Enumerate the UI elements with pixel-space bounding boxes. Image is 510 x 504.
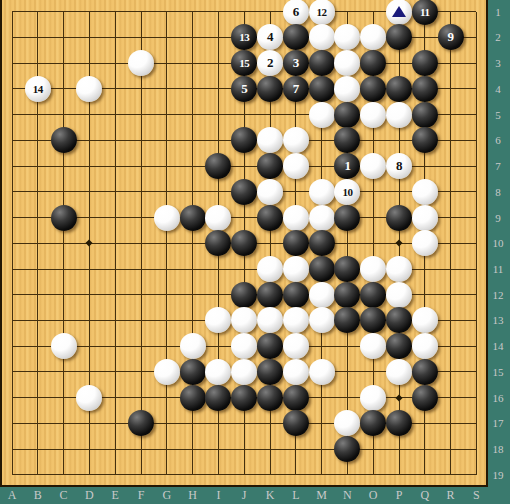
black-stone-L10 — [283, 230, 309, 256]
white-stone-Q9 — [412, 205, 438, 231]
row-label-2: 2 — [487, 30, 509, 44]
black-stone-Q4 — [412, 76, 438, 102]
row-label-9: 9 — [487, 211, 509, 225]
white-stone-L13 — [283, 307, 309, 333]
black-stone-M4 — [309, 76, 335, 102]
white-stone-L11 — [283, 256, 309, 282]
black-stone-Q1: 11 — [412, 0, 438, 25]
white-stone-I13 — [205, 307, 231, 333]
row-label-19: 19 — [487, 468, 509, 482]
white-stone-P11 — [386, 256, 412, 282]
grid-hline — [12, 449, 476, 450]
black-stone-N5 — [334, 102, 360, 128]
move-number-9: 9 — [438, 24, 464, 50]
column-label-L: L — [285, 488, 307, 503]
white-stone-K8 — [257, 179, 283, 205]
column-label-G: G — [156, 488, 178, 503]
black-stone-M3 — [309, 50, 335, 76]
white-stone-N3 — [334, 50, 360, 76]
column-label-D: D — [78, 488, 100, 503]
black-stone-L3: 3 — [283, 50, 309, 76]
black-stone-Q5 — [412, 102, 438, 128]
white-stone-L14 — [283, 333, 309, 359]
black-stone-K12 — [257, 282, 283, 308]
black-stone-J10 — [231, 230, 257, 256]
white-stone-J14 — [231, 333, 257, 359]
black-stone-N7: 1 — [334, 153, 360, 179]
black-stone-L17 — [283, 410, 309, 436]
black-stone-Q3 — [412, 50, 438, 76]
white-stone-O11 — [360, 256, 386, 282]
white-stone-I15 — [205, 359, 231, 385]
star-point-P16 — [395, 394, 402, 401]
black-stone-I7 — [205, 153, 231, 179]
black-stone-Q16 — [412, 385, 438, 411]
white-stone-I9 — [205, 205, 231, 231]
triangle-marker — [392, 6, 406, 17]
move-number-12: 12 — [309, 0, 335, 25]
move-number-4: 4 — [257, 24, 283, 50]
column-label-O: O — [362, 488, 384, 503]
black-stone-N6 — [334, 127, 360, 153]
black-stone-J2: 13 — [231, 24, 257, 50]
black-stone-J12 — [231, 282, 257, 308]
white-stone-G15 — [154, 359, 180, 385]
column-label-C: C — [53, 488, 75, 503]
black-stone-N9 — [334, 205, 360, 231]
white-stone-K11 — [257, 256, 283, 282]
column-label-K: K — [259, 488, 281, 503]
black-stone-R2: 9 — [438, 24, 464, 50]
white-stone-J13 — [231, 307, 257, 333]
row-label-8: 8 — [487, 185, 509, 199]
black-stone-I10 — [205, 230, 231, 256]
move-number-10: 10 — [334, 179, 360, 205]
black-stone-J8 — [231, 179, 257, 205]
white-stone-M15 — [309, 359, 335, 385]
row-label-3: 3 — [487, 56, 509, 70]
black-stone-M11 — [309, 256, 335, 282]
white-stone-M13 — [309, 307, 335, 333]
black-stone-C6 — [51, 127, 77, 153]
black-stone-N18 — [334, 436, 360, 462]
white-stone-K6 — [257, 127, 283, 153]
move-number-2: 2 — [257, 50, 283, 76]
white-stone-M5 — [309, 102, 335, 128]
black-stone-L4: 7 — [283, 76, 309, 102]
grid-hline — [12, 474, 476, 475]
black-stone-O3 — [360, 50, 386, 76]
column-label-I: I — [207, 488, 229, 503]
move-number-15: 15 — [231, 50, 257, 76]
black-stone-K14 — [257, 333, 283, 359]
white-stone-O16 — [360, 385, 386, 411]
column-label-F: F — [130, 488, 152, 503]
white-stone-L1: 6 — [283, 0, 309, 25]
row-label-7: 7 — [487, 159, 509, 173]
black-stone-K16 — [257, 385, 283, 411]
column-label-S: S — [465, 488, 487, 503]
column-label-N: N — [336, 488, 358, 503]
white-stone-M12 — [309, 282, 335, 308]
white-stone-C14 — [51, 333, 77, 359]
white-stone-O7 — [360, 153, 386, 179]
move-number-1: 1 — [334, 153, 360, 179]
move-number-5: 5 — [231, 76, 257, 102]
row-label-18: 18 — [487, 442, 509, 456]
white-stone-P1 — [386, 0, 412, 25]
black-stone-Q15 — [412, 359, 438, 385]
row-label-11: 11 — [487, 262, 509, 276]
white-stone-D4 — [76, 76, 102, 102]
white-stone-N4 — [334, 76, 360, 102]
grid-vline — [476, 12, 477, 475]
white-stone-N8: 10 — [334, 179, 360, 205]
black-stone-K7 — [257, 153, 283, 179]
row-label-14: 14 — [487, 339, 509, 353]
move-number-3: 3 — [283, 50, 309, 76]
row-label-5: 5 — [487, 108, 509, 122]
go-board[interactable]: 612111349152314571810 — [0, 0, 488, 487]
white-stone-O2 — [360, 24, 386, 50]
star-point-P10 — [395, 240, 402, 247]
white-stone-P7: 8 — [386, 153, 412, 179]
white-stone-P15 — [386, 359, 412, 385]
black-stone-L2 — [283, 24, 309, 50]
move-number-11: 11 — [412, 0, 438, 25]
black-stone-H9 — [180, 205, 206, 231]
row-label-15: 15 — [487, 365, 509, 379]
column-label-M: M — [311, 488, 333, 503]
black-stone-L16 — [283, 385, 309, 411]
row-label-13: 13 — [487, 313, 509, 327]
white-stone-L15 — [283, 359, 309, 385]
black-stone-K15 — [257, 359, 283, 385]
row-label-10: 10 — [487, 236, 509, 250]
black-stone-J4: 5 — [231, 76, 257, 102]
white-stone-M8 — [309, 179, 335, 205]
black-stone-H15 — [180, 359, 206, 385]
black-stone-Q6 — [412, 127, 438, 153]
black-stone-O13 — [360, 307, 386, 333]
white-stone-L6 — [283, 127, 309, 153]
black-stone-K4 — [257, 76, 283, 102]
black-stone-N13 — [334, 307, 360, 333]
row-label-6: 6 — [487, 133, 509, 147]
white-stone-M1: 12 — [309, 0, 335, 25]
row-label-4: 4 — [487, 82, 509, 96]
black-stone-J3: 15 — [231, 50, 257, 76]
black-stone-P17 — [386, 410, 412, 436]
white-stone-F3 — [128, 50, 154, 76]
column-label-P: P — [388, 488, 410, 503]
black-stone-J6 — [231, 127, 257, 153]
black-stone-P14 — [386, 333, 412, 359]
go-app-screen: 612111349152314571810 ABCDEFGHIJKLMNOPQR… — [0, 0, 510, 504]
black-stone-N11 — [334, 256, 360, 282]
black-stone-L12 — [283, 282, 309, 308]
black-stone-H16 — [180, 385, 206, 411]
white-stone-M9 — [309, 205, 335, 231]
black-stone-N12 — [334, 282, 360, 308]
black-stone-P9 — [386, 205, 412, 231]
move-number-13: 13 — [231, 24, 257, 50]
row-label-12: 12 — [487, 288, 509, 302]
white-stone-Q14 — [412, 333, 438, 359]
column-label-A: A — [1, 488, 23, 503]
row-label-17: 17 — [487, 416, 509, 430]
white-stone-L9 — [283, 205, 309, 231]
black-stone-K9 — [257, 205, 283, 231]
white-stone-O14 — [360, 333, 386, 359]
grid-vline — [450, 12, 451, 475]
white-stone-L7 — [283, 153, 309, 179]
white-stone-O5 — [360, 102, 386, 128]
black-stone-O12 — [360, 282, 386, 308]
black-stone-P4 — [386, 76, 412, 102]
white-stone-Q10 — [412, 230, 438, 256]
move-number-8: 8 — [386, 153, 412, 179]
move-number-7: 7 — [283, 76, 309, 102]
move-number-6: 6 — [283, 0, 309, 25]
white-stone-M2 — [309, 24, 335, 50]
black-stone-P13 — [386, 307, 412, 333]
white-stone-K3: 2 — [257, 50, 283, 76]
white-stone-P5 — [386, 102, 412, 128]
white-stone-N2 — [334, 24, 360, 50]
white-stone-K2: 4 — [257, 24, 283, 50]
column-label-E: E — [104, 488, 126, 503]
black-stone-I16 — [205, 385, 231, 411]
column-label-B: B — [27, 488, 49, 503]
white-stone-P12 — [386, 282, 412, 308]
move-number-14: 14 — [25, 76, 51, 102]
column-label-J: J — [233, 488, 255, 503]
row-label-1: 1 — [487, 5, 509, 19]
white-stone-Q13 — [412, 307, 438, 333]
white-stone-D16 — [76, 385, 102, 411]
black-stone-C9 — [51, 205, 77, 231]
white-stone-K13 — [257, 307, 283, 333]
column-label-H: H — [182, 488, 204, 503]
column-label-R: R — [440, 488, 462, 503]
black-stone-J16 — [231, 385, 257, 411]
column-label-Q: Q — [414, 488, 436, 503]
white-stone-B4: 14 — [25, 76, 51, 102]
white-stone-Q8 — [412, 179, 438, 205]
black-stone-F17 — [128, 410, 154, 436]
row-label-16: 16 — [487, 391, 509, 405]
white-stone-G9 — [154, 205, 180, 231]
black-stone-M10 — [309, 230, 335, 256]
white-stone-N17 — [334, 410, 360, 436]
star-point-D10 — [86, 240, 93, 247]
white-stone-H14 — [180, 333, 206, 359]
black-stone-O17 — [360, 410, 386, 436]
white-stone-J15 — [231, 359, 257, 385]
black-stone-O4 — [360, 76, 386, 102]
black-stone-P2 — [386, 24, 412, 50]
